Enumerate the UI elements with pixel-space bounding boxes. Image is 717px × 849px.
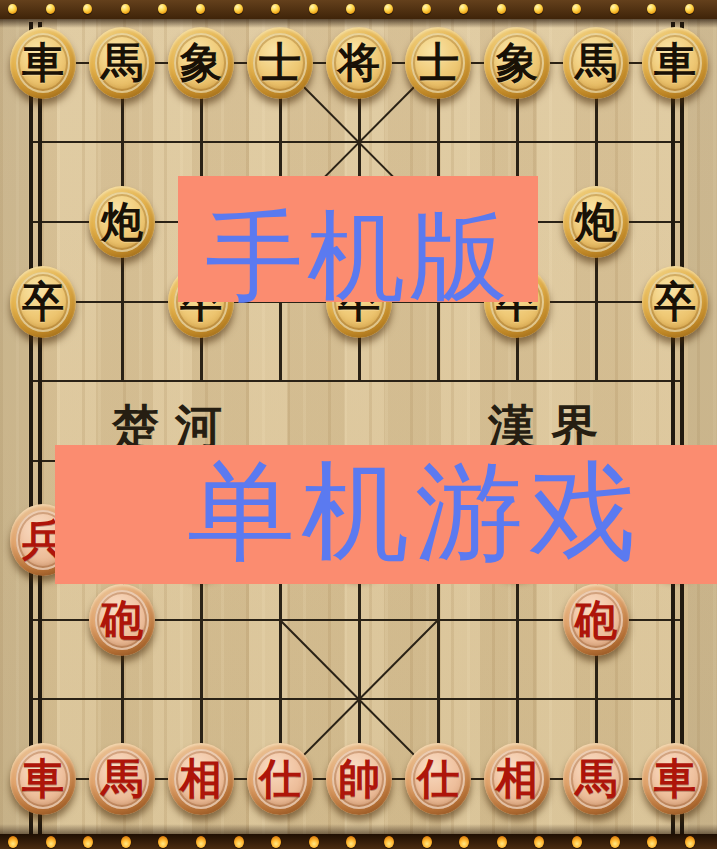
piece-black-chariot[interactable]: 車 <box>10 27 76 99</box>
promo-banner-singleplayer: 单机游戏 <box>55 445 717 584</box>
piece-black-cannon[interactable]: 炮 <box>89 186 155 258</box>
gold-stud-icon <box>8 4 17 14</box>
gold-stud-icon <box>234 836 244 848</box>
piece-black-elephant[interactable]: 象 <box>484 27 550 99</box>
gold-stud-icon <box>46 4 55 14</box>
gold-stud-icon <box>497 4 506 14</box>
piece-black-horse[interactable]: 馬 <box>89 27 155 99</box>
gold-stud-icon <box>346 836 356 848</box>
gold-stud-icon <box>196 836 206 848</box>
piece-red-advisor[interactable]: 仕 <box>247 743 313 815</box>
gold-stud-icon <box>8 836 18 848</box>
gold-stud-icon <box>497 836 507 848</box>
gold-stud-icon <box>83 836 93 848</box>
gold-stud-icon <box>346 4 355 14</box>
piece-red-elephant[interactable]: 相 <box>168 743 234 815</box>
gold-stud-icon <box>685 4 694 14</box>
piece-glyph: 馬 <box>89 27 155 99</box>
piece-glyph: 馬 <box>563 27 629 99</box>
piece-glyph: 車 <box>10 743 76 815</box>
promo-banner-mobile-text: 手机版 <box>205 207 511 302</box>
gold-stud-icon <box>234 4 243 14</box>
piece-black-general[interactable]: 将 <box>326 27 392 99</box>
gold-stud-icon <box>121 836 131 848</box>
piece-red-horse[interactable]: 馬 <box>563 743 629 815</box>
gold-stud-icon <box>610 4 619 14</box>
piece-red-elephant[interactable]: 相 <box>484 743 550 815</box>
gold-stud-icon <box>384 4 393 14</box>
gold-stud-icon <box>121 4 130 14</box>
bottom-rail <box>0 834 717 849</box>
edge-line-1 <box>38 22 42 834</box>
piece-glyph: 車 <box>10 27 76 99</box>
edge-line-0 <box>29 22 33 834</box>
top-rail-shadow <box>0 19 717 28</box>
piece-glyph: 炮 <box>563 186 629 258</box>
piece-glyph: 馬 <box>563 743 629 815</box>
piece-red-chariot[interactable]: 車 <box>642 743 708 815</box>
gold-stud-icon <box>534 836 544 848</box>
gold-stud-icon <box>422 836 432 848</box>
gold-stud-icon <box>271 836 281 848</box>
gold-stud-icon <box>384 836 394 848</box>
piece-glyph: 象 <box>484 27 550 99</box>
promo-banner-mobile: 手机版 <box>178 176 538 302</box>
piece-glyph: 士 <box>247 27 313 99</box>
gold-stud-icon <box>196 4 205 14</box>
gold-stud-icon <box>271 4 280 14</box>
edge-line-2 <box>671 22 675 834</box>
piece-glyph: 帥 <box>326 743 392 815</box>
gold-stud-icon <box>610 836 620 848</box>
gold-stud-icon <box>83 4 92 14</box>
top-rail <box>0 0 717 19</box>
piece-glyph: 仕 <box>247 743 313 815</box>
piece-glyph: 車 <box>642 743 708 815</box>
piece-red-cannon[interactable]: 砲 <box>563 584 629 656</box>
gold-stud-icon <box>459 836 469 848</box>
piece-glyph: 士 <box>405 27 471 99</box>
piece-black-elephant[interactable]: 象 <box>168 27 234 99</box>
piece-black-soldier[interactable]: 卒 <box>10 266 76 338</box>
piece-glyph: 砲 <box>89 584 155 656</box>
piece-red-horse[interactable]: 馬 <box>89 743 155 815</box>
piece-red-advisor[interactable]: 仕 <box>405 743 471 815</box>
gold-stud-icon <box>459 4 468 14</box>
piece-glyph: 相 <box>168 743 234 815</box>
gold-stud-icon <box>685 836 695 848</box>
gold-stud-icon <box>647 836 657 848</box>
gold-stud-icon <box>572 4 581 14</box>
right-margin <box>688 0 717 849</box>
piece-glyph: 相 <box>484 743 550 815</box>
piece-glyph: 車 <box>642 27 708 99</box>
gold-stud-icon <box>309 836 319 848</box>
piece-black-horse[interactable]: 馬 <box>563 27 629 99</box>
piece-glyph: 卒 <box>10 266 76 338</box>
bottom-rail-shadow <box>0 824 717 834</box>
gold-stud-icon <box>158 4 167 14</box>
piece-glyph: 仕 <box>405 743 471 815</box>
promo-banner-singleplayer-text: 单机游戏 <box>187 458 643 584</box>
piece-red-chariot[interactable]: 車 <box>10 743 76 815</box>
xiangqi-board[interactable]: 楚河 漢界 車馬象士将士象馬車炮炮卒卒卒卒卒兵兵兵兵兵砲砲車馬相仕帥仕相馬車 手… <box>0 0 717 849</box>
piece-glyph: 砲 <box>563 584 629 656</box>
piece-red-general[interactable]: 帥 <box>326 743 392 815</box>
gold-stud-icon <box>647 4 656 14</box>
piece-glyph: 卒 <box>642 266 708 338</box>
gold-stud-icon <box>422 4 431 14</box>
gold-stud-icon <box>572 836 582 848</box>
gold-stud-icon <box>309 4 318 14</box>
piece-black-cannon[interactable]: 炮 <box>563 186 629 258</box>
piece-glyph: 炮 <box>89 186 155 258</box>
piece-glyph: 象 <box>168 27 234 99</box>
left-margin <box>0 0 28 849</box>
piece-black-advisor[interactable]: 士 <box>405 27 471 99</box>
piece-black-chariot[interactable]: 車 <box>642 27 708 99</box>
piece-black-soldier[interactable]: 卒 <box>642 266 708 338</box>
edge-line-3 <box>680 22 684 834</box>
piece-black-advisor[interactable]: 士 <box>247 27 313 99</box>
piece-red-cannon[interactable]: 砲 <box>89 584 155 656</box>
piece-glyph: 将 <box>326 27 392 99</box>
gold-stud-icon <box>534 4 543 14</box>
gold-stud-icon <box>46 836 56 848</box>
gold-stud-icon <box>158 836 168 848</box>
piece-glyph: 馬 <box>89 743 155 815</box>
